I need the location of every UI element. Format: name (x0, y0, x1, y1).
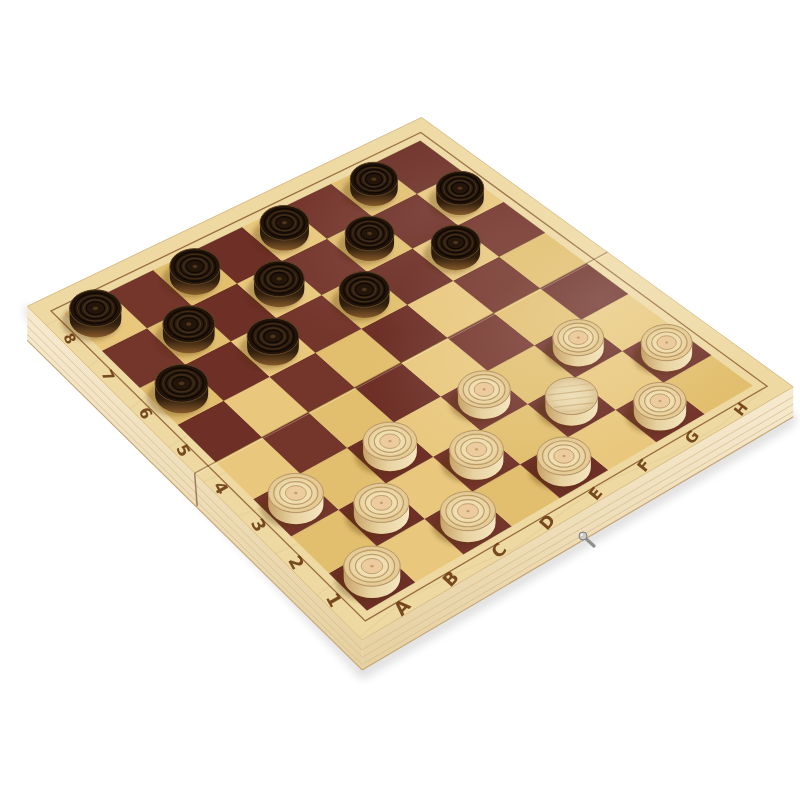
center-dot (362, 288, 367, 292)
center-dot (577, 337, 580, 339)
center-dot (370, 565, 373, 567)
center-dot (453, 241, 458, 244)
board-photo: 12345678ABCDEFGH (0, 0, 800, 800)
center-dot (658, 400, 661, 402)
center-dot (665, 342, 668, 344)
center-dot (270, 335, 275, 339)
checkers-scene: 12345678ABCDEFGH (0, 0, 800, 800)
center-dot (458, 186, 463, 189)
center-dot (192, 265, 197, 269)
center-dot (372, 177, 377, 180)
center-dot (277, 277, 282, 281)
center-dot (294, 492, 297, 494)
center-dot (380, 502, 383, 504)
piece-top (545, 377, 597, 414)
center-dot (475, 448, 478, 450)
center-dot (186, 322, 191, 326)
center-dot (367, 232, 372, 235)
center-dot (388, 440, 391, 442)
center-dot (483, 388, 486, 390)
center-dot (282, 221, 287, 224)
center-dot (466, 510, 469, 512)
center-dot (179, 381, 184, 385)
center-dot (562, 455, 565, 457)
center-dot (93, 306, 98, 310)
